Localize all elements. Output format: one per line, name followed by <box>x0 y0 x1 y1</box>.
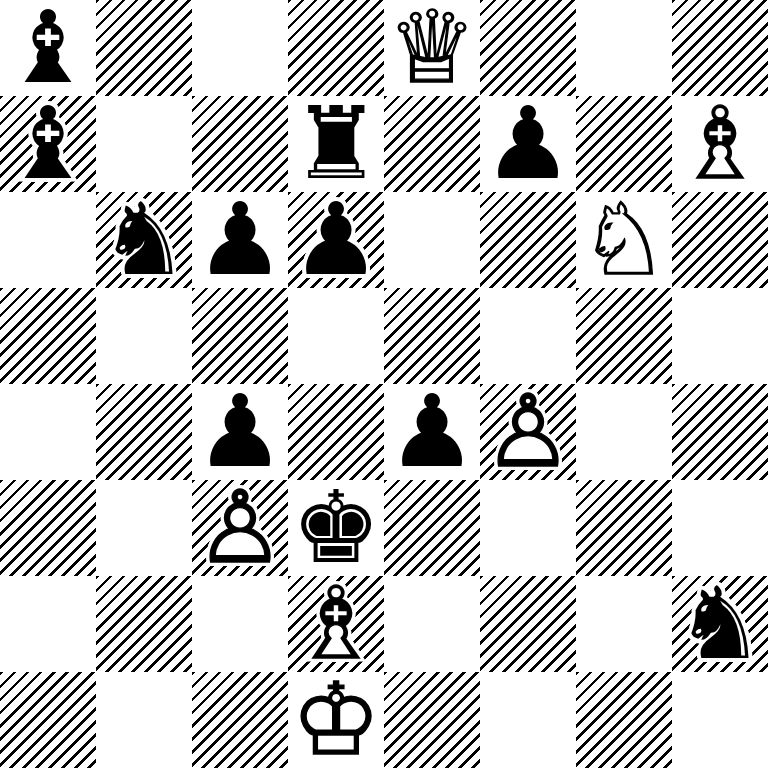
piece-halo: ♟ <box>480 96 576 192</box>
piece-white-king: ♔ <box>288 672 384 768</box>
square-d8[interactable] <box>288 0 384 96</box>
square-g8[interactable] <box>576 0 672 96</box>
square-h6[interactable] <box>672 192 768 288</box>
piece-halo: ♟ <box>288 192 384 288</box>
chess-board: ♝♝♛♕♝♝♜♜♟♟♝♗♞♞♟♟♟♟♞♘♟♟♟♟♟♙♟♙♚♚♝♗♞♞♚♔ <box>0 0 768 768</box>
square-b1[interactable] <box>96 672 192 768</box>
square-c5[interactable] <box>192 288 288 384</box>
piece-black-knight: ♞ <box>96 192 192 288</box>
square-d1[interactable]: ♚♔ <box>288 672 384 768</box>
piece-halo: ♟ <box>192 384 288 480</box>
piece-halo: ♜ <box>288 96 384 192</box>
square-b8[interactable] <box>96 0 192 96</box>
square-b7[interactable] <box>96 96 192 192</box>
square-b3[interactable] <box>96 480 192 576</box>
piece-halo: ♞ <box>576 192 672 288</box>
piece-halo: ♚ <box>288 672 384 768</box>
piece-black-pawn: ♟ <box>192 384 288 480</box>
piece-black-pawn: ♟ <box>192 192 288 288</box>
square-f5[interactable] <box>480 288 576 384</box>
square-f3[interactable] <box>480 480 576 576</box>
piece-black-pawn: ♟ <box>384 384 480 480</box>
square-c1[interactable] <box>192 672 288 768</box>
square-a8[interactable]: ♝♝ <box>0 0 96 96</box>
square-f8[interactable] <box>480 0 576 96</box>
square-g1[interactable] <box>576 672 672 768</box>
square-h1[interactable] <box>672 672 768 768</box>
piece-white-bishop: ♗ <box>672 96 768 192</box>
square-c7[interactable] <box>192 96 288 192</box>
square-g7[interactable] <box>576 96 672 192</box>
square-g4[interactable] <box>576 384 672 480</box>
square-a1[interactable] <box>0 672 96 768</box>
piece-halo: ♟ <box>480 384 576 480</box>
square-h3[interactable] <box>672 480 768 576</box>
square-d3[interactable]: ♚♚ <box>288 480 384 576</box>
piece-black-rook: ♜ <box>288 96 384 192</box>
square-h2[interactable]: ♞♞ <box>672 576 768 672</box>
piece-white-bishop: ♗ <box>288 576 384 672</box>
square-d6[interactable]: ♟♟ <box>288 192 384 288</box>
piece-white-queen: ♕ <box>384 0 480 96</box>
piece-black-bishop: ♝ <box>0 0 96 96</box>
square-h7[interactable]: ♝♗ <box>672 96 768 192</box>
piece-halo: ♟ <box>384 384 480 480</box>
piece-white-knight: ♘ <box>576 192 672 288</box>
piece-black-knight: ♞ <box>672 576 768 672</box>
square-e2[interactable] <box>384 576 480 672</box>
square-e3[interactable] <box>384 480 480 576</box>
piece-black-king: ♚ <box>288 480 384 576</box>
piece-halo: ♝ <box>672 96 768 192</box>
square-g3[interactable] <box>576 480 672 576</box>
square-h4[interactable] <box>672 384 768 480</box>
piece-halo: ♝ <box>0 96 96 192</box>
square-e7[interactable] <box>384 96 480 192</box>
piece-halo: ♞ <box>672 576 768 672</box>
square-b4[interactable] <box>96 384 192 480</box>
square-h8[interactable] <box>672 0 768 96</box>
square-g5[interactable] <box>576 288 672 384</box>
square-e5[interactable] <box>384 288 480 384</box>
square-f7[interactable]: ♟♟ <box>480 96 576 192</box>
square-f1[interactable] <box>480 672 576 768</box>
square-c4[interactable]: ♟♟ <box>192 384 288 480</box>
piece-halo: ♝ <box>0 0 96 96</box>
square-c6[interactable]: ♟♟ <box>192 192 288 288</box>
piece-halo: ♟ <box>192 192 288 288</box>
square-a5[interactable] <box>0 288 96 384</box>
piece-black-pawn: ♟ <box>480 96 576 192</box>
square-c2[interactable] <box>192 576 288 672</box>
square-d5[interactable] <box>288 288 384 384</box>
piece-white-pawn: ♙ <box>192 480 288 576</box>
square-c8[interactable] <box>192 0 288 96</box>
square-e1[interactable] <box>384 672 480 768</box>
piece-halo: ♞ <box>96 192 192 288</box>
piece-halo: ♝ <box>288 576 384 672</box>
square-e8[interactable]: ♛♕ <box>384 0 480 96</box>
square-g2[interactable] <box>576 576 672 672</box>
square-a7[interactable]: ♝♝ <box>0 96 96 192</box>
square-d4[interactable] <box>288 384 384 480</box>
square-h5[interactable] <box>672 288 768 384</box>
square-f4[interactable]: ♟♙ <box>480 384 576 480</box>
square-f2[interactable] <box>480 576 576 672</box>
square-g6[interactable]: ♞♘ <box>576 192 672 288</box>
piece-halo: ♟ <box>192 480 288 576</box>
square-c3[interactable]: ♟♙ <box>192 480 288 576</box>
square-b5[interactable] <box>96 288 192 384</box>
square-a2[interactable] <box>0 576 96 672</box>
piece-black-bishop: ♝ <box>0 96 96 192</box>
square-e6[interactable] <box>384 192 480 288</box>
piece-white-pawn: ♙ <box>480 384 576 480</box>
square-f6[interactable] <box>480 192 576 288</box>
square-a6[interactable] <box>0 192 96 288</box>
square-e4[interactable]: ♟♟ <box>384 384 480 480</box>
piece-halo: ♚ <box>288 480 384 576</box>
square-d2[interactable]: ♝♗ <box>288 576 384 672</box>
square-b2[interactable] <box>96 576 192 672</box>
square-a4[interactable] <box>0 384 96 480</box>
square-d7[interactable]: ♜♜ <box>288 96 384 192</box>
piece-halo: ♛ <box>384 0 480 96</box>
piece-black-pawn: ♟ <box>288 192 384 288</box>
square-b6[interactable]: ♞♞ <box>96 192 192 288</box>
square-a3[interactable] <box>0 480 96 576</box>
